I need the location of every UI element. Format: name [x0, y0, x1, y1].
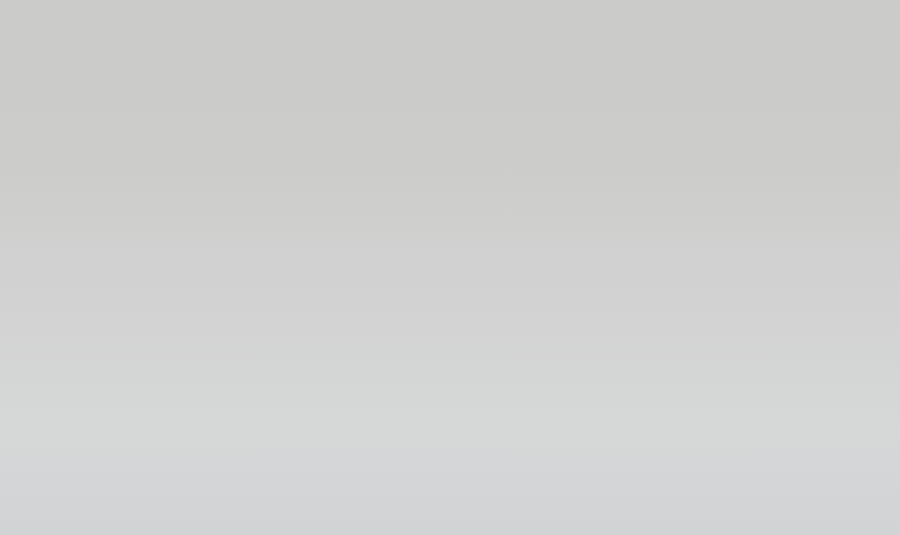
chess-board	[0, 0, 900, 535]
scene	[0, 0, 900, 535]
